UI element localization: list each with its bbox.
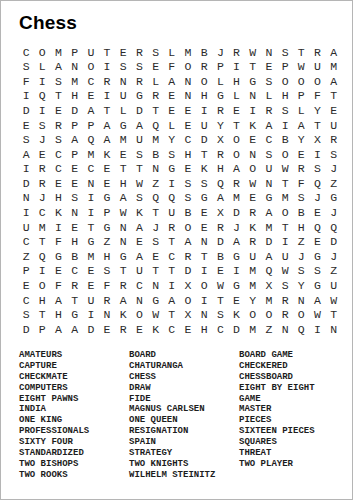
grid-cell-r15c4[interactable]: B [67, 249, 83, 264]
grid-cell-r20c6[interactable]: E [99, 322, 115, 337]
grid-cell-r11c2[interactable]: J [34, 191, 50, 206]
grid-cell-r20c2[interactable]: P [34, 322, 50, 337]
grid-cell-r14c6[interactable]: Z [99, 235, 115, 250]
grid-cell-r9c9[interactable]: N [148, 162, 164, 177]
grid-cell-r1c13[interactable]: J [212, 45, 228, 60]
grid-cell-r4c15[interactable]: N [245, 89, 261, 104]
grid-cell-r7c12[interactable]: D [196, 133, 212, 148]
grid-cell-r15c12[interactable]: T [196, 249, 212, 264]
grid-cell-r15c19[interactable]: G [309, 249, 325, 264]
grid-cell-r16c6[interactable]: S [99, 264, 115, 279]
grid-cell-r12c8[interactable]: K [131, 206, 147, 221]
grid-cell-r4c6[interactable]: I [99, 89, 115, 104]
grid-cell-r19c13[interactable]: S [212, 308, 228, 323]
grid-cell-r2c5[interactable]: O [83, 60, 99, 75]
grid-cell-r1c9[interactable]: S [148, 45, 164, 60]
grid-cell-r19c12[interactable]: N [196, 308, 212, 323]
grid-cell-r6c9[interactable]: Q [148, 118, 164, 133]
grid-cell-r10c17[interactable]: T [277, 176, 293, 191]
grid-cell-r13c17[interactable]: T [277, 220, 293, 235]
grid-cell-r11c20[interactable]: G [326, 191, 342, 206]
grid-cell-r5c7[interactable]: L [115, 103, 131, 118]
grid-cell-r4c9[interactable]: R [148, 89, 164, 104]
grid-cell-r14c1[interactable]: C [18, 235, 34, 250]
grid-cell-r10c10[interactable]: I [164, 176, 180, 191]
grid-cell-r19c18[interactable]: O [293, 308, 309, 323]
grid-cell-r13c18[interactable]: H [293, 220, 309, 235]
grid-cell-r12c13[interactable]: X [212, 206, 228, 221]
grid-cell-r10c13[interactable]: Q [212, 176, 228, 191]
grid-cell-r5c11[interactable]: E [180, 103, 196, 118]
grid-cell-r3c8[interactable]: R [131, 74, 147, 89]
grid-cell-r6c11[interactable]: E [180, 118, 196, 133]
grid-cell-r14c8[interactable]: E [131, 235, 147, 250]
grid-cell-r13c5[interactable]: T [83, 220, 99, 235]
grid-cell-r3c10[interactable]: A [164, 74, 180, 89]
grid-cell-r5c10[interactable]: E [164, 103, 180, 118]
grid-cell-r16c2[interactable]: I [34, 264, 50, 279]
grid-cell-r8c12[interactable]: T [196, 147, 212, 162]
grid-cell-r7c6[interactable]: A [99, 133, 115, 148]
grid-cell-r14c4[interactable]: H [67, 235, 83, 250]
grid-cell-r10c6[interactable]: E [99, 176, 115, 191]
grid-cell-r16c3[interactable]: E [50, 264, 66, 279]
grid-cell-r14c7[interactable]: N [115, 235, 131, 250]
grid-cell-r13c1[interactable]: U [18, 220, 34, 235]
grid-cell-r12c20[interactable]: J [326, 206, 342, 221]
grid-cell-r13c15[interactable]: K [245, 220, 261, 235]
grid-cell-r16c9[interactable]: T [148, 264, 164, 279]
grid-cell-r19c7[interactable]: K [115, 308, 131, 323]
grid-cell-r2c10[interactable]: F [164, 60, 180, 75]
grid-cell-r20c11[interactable]: E [180, 322, 196, 337]
grid-cell-r7c17[interactable]: B [277, 133, 293, 148]
grid-cell-r7c9[interactable]: M [148, 133, 164, 148]
grid-cell-r10c12[interactable]: S [196, 176, 212, 191]
grid-cell-r9c4[interactable]: E [67, 162, 83, 177]
grid-cell-r16c8[interactable]: U [131, 264, 147, 279]
grid-cell-r14c14[interactable]: A [228, 235, 244, 250]
grid-cell-r20c16[interactable]: Z [261, 322, 277, 337]
grid-cell-r5c17[interactable]: S [277, 103, 293, 118]
grid-cell-r17c18[interactable]: Y [293, 279, 309, 294]
grid-cell-r11c4[interactable]: S [67, 191, 83, 206]
grid-cell-r19c2[interactable]: T [34, 308, 50, 323]
grid-cell-r6c5[interactable]: P [83, 118, 99, 133]
grid-cell-r19c3[interactable]: H [50, 308, 66, 323]
grid-cell-r10c20[interactable]: Z [326, 176, 342, 191]
grid-cell-r5c8[interactable]: D [131, 103, 147, 118]
grid-cell-r15c9[interactable]: E [148, 249, 164, 264]
grid-cell-r11c1[interactable]: N [18, 191, 34, 206]
grid-cell-r18c9[interactable]: G [148, 293, 164, 308]
grid-cell-r20c9[interactable]: K [148, 322, 164, 337]
grid-cell-r17c9[interactable]: N [148, 279, 164, 294]
grid-cell-r15c10[interactable]: C [164, 249, 180, 264]
grid-cell-r15c15[interactable]: U [245, 249, 261, 264]
grid-cell-r2c11[interactable]: O [180, 60, 196, 75]
grid-cell-r10c19[interactable]: Q [309, 176, 325, 191]
grid-cell-r4c20[interactable]: T [326, 89, 342, 104]
grid-cell-r15c2[interactable]: Q [34, 249, 50, 264]
grid-cell-r2c17[interactable]: P [277, 60, 293, 75]
grid-cell-r5c14[interactable]: E [228, 103, 244, 118]
grid-cell-r7c8[interactable]: U [131, 133, 147, 148]
grid-cell-r16c20[interactable]: Z [326, 264, 342, 279]
grid-cell-r9c12[interactable]: K [196, 162, 212, 177]
grid-cell-r16c18[interactable]: S [293, 264, 309, 279]
grid-cell-r10c15[interactable]: W [245, 176, 261, 191]
grid-cell-r10c8[interactable]: W [131, 176, 147, 191]
grid-cell-r17c11[interactable]: X [180, 279, 196, 294]
grid-cell-r7c7[interactable]: M [115, 133, 131, 148]
grid-cell-r17c14[interactable]: G [228, 279, 244, 294]
grid-cell-r11c14[interactable]: M [228, 191, 244, 206]
grid-cell-r16c19[interactable]: S [309, 264, 325, 279]
grid-cell-r12c11[interactable]: B [180, 206, 196, 221]
grid-cell-r16c11[interactable]: D [180, 264, 196, 279]
grid-cell-r19c11[interactable]: X [180, 308, 196, 323]
grid-cell-r3c5[interactable]: C [83, 74, 99, 89]
grid-cell-r3c13[interactable]: L [212, 74, 228, 89]
grid-cell-r14c13[interactable]: D [212, 235, 228, 250]
grid-cell-r1c11[interactable]: M [180, 45, 196, 60]
grid-cell-r14c2[interactable]: T [34, 235, 50, 250]
grid-cell-r11c8[interactable]: S [131, 191, 147, 206]
grid-cell-r7c11[interactable]: C [180, 133, 196, 148]
grid-cell-r15c14[interactable]: G [228, 249, 244, 264]
grid-cell-r16c5[interactable]: E [83, 264, 99, 279]
grid-cell-r10c16[interactable]: N [261, 176, 277, 191]
grid-cell-r16c15[interactable]: M [245, 264, 261, 279]
grid-cell-r3c20[interactable]: A [326, 74, 342, 89]
grid-cell-r16c16[interactable]: Q [261, 264, 277, 279]
grid-cell-r18c12[interactable]: I [196, 293, 212, 308]
grid-cell-r13c12[interactable]: E [196, 220, 212, 235]
grid-cell-r6c15[interactable]: K [245, 118, 261, 133]
grid-cell-r12c14[interactable]: D [228, 206, 244, 221]
grid-cell-r7c4[interactable]: A [67, 133, 83, 148]
grid-cell-r2c3[interactable]: A [50, 60, 66, 75]
grid-cell-r14c10[interactable]: T [164, 235, 180, 250]
grid-cell-r15c17[interactable]: U [277, 249, 293, 264]
grid-cell-r17c19[interactable]: G [309, 279, 325, 294]
grid-cell-r17c2[interactable]: O [34, 279, 50, 294]
grid-cell-r8c10[interactable]: S [164, 147, 180, 162]
grid-cell-r9c14[interactable]: A [228, 162, 244, 177]
grid-cell-r8c17[interactable]: O [277, 147, 293, 162]
grid-cell-r16c12[interactable]: I [196, 264, 212, 279]
grid-cell-r10c9[interactable]: Z [148, 176, 164, 191]
grid-cell-r3c11[interactable]: N [180, 74, 196, 89]
grid-cell-r16c14[interactable]: I [228, 264, 244, 279]
grid-cell-r5c6[interactable]: T [99, 103, 115, 118]
grid-cell-r4c7[interactable]: U [115, 89, 131, 104]
grid-cell-r13c19[interactable]: Q [309, 220, 325, 235]
grid-cell-r13c20[interactable]: Q [326, 220, 342, 235]
grid-cell-r9c2[interactable]: R [34, 162, 50, 177]
grid-cell-r8c6[interactable]: K [99, 147, 115, 162]
grid-cell-r8c1[interactable]: A [18, 147, 34, 162]
grid-cell-r20c5[interactable]: D [83, 322, 99, 337]
grid-cell-r19c19[interactable]: W [309, 308, 325, 323]
grid-cell-r5c16[interactable]: R [261, 103, 277, 118]
grid-cell-r8c3[interactable]: C [50, 147, 66, 162]
grid-cell-r4c11[interactable]: N [180, 89, 196, 104]
grid-cell-r14c18[interactable]: Z [293, 235, 309, 250]
grid-cell-r18c5[interactable]: U [83, 293, 99, 308]
grid-cell-r18c1[interactable]: C [18, 293, 34, 308]
grid-cell-r7c14[interactable]: O [228, 133, 244, 148]
grid-cell-r4c12[interactable]: H [196, 89, 212, 104]
grid-cell-r19c6[interactable]: N [99, 308, 115, 323]
grid-cell-r18c19[interactable]: A [309, 293, 325, 308]
grid-cell-r8c5[interactable]: M [83, 147, 99, 162]
grid-cell-r14c16[interactable]: D [261, 235, 277, 250]
grid-cell-r18c10[interactable]: A [164, 293, 180, 308]
grid-cell-r17c1[interactable]: E [18, 279, 34, 294]
grid-cell-r16c13[interactable]: E [212, 264, 228, 279]
grid-cell-r2c9[interactable]: E [148, 60, 164, 75]
grid-cell-r12c5[interactable]: I [83, 206, 99, 221]
grid-cell-r18c15[interactable]: Y [245, 293, 261, 308]
grid-cell-r12c6[interactable]: P [99, 206, 115, 221]
grid-cell-r4c13[interactable]: G [212, 89, 228, 104]
grid-cell-r11c18[interactable]: S [293, 191, 309, 206]
grid-cell-r17c12[interactable]: O [196, 279, 212, 294]
grid-cell-r1c10[interactable]: L [164, 45, 180, 60]
grid-cell-r8c14[interactable]: O [228, 147, 244, 162]
grid-cell-r7c10[interactable]: Y [164, 133, 180, 148]
grid-cell-r1c6[interactable]: T [99, 45, 115, 60]
grid-cell-r13c4[interactable]: E [67, 220, 83, 235]
grid-cell-r5c12[interactable]: I [196, 103, 212, 118]
grid-cell-r18c3[interactable]: A [50, 293, 66, 308]
grid-cell-r4c16[interactable]: L [261, 89, 277, 104]
grid-cell-r4c5[interactable]: E [83, 89, 99, 104]
grid-cell-r2c15[interactable]: T [245, 60, 261, 75]
grid-cell-r3c14[interactable]: H [228, 74, 244, 89]
grid-cell-r19c8[interactable]: O [131, 308, 147, 323]
grid-cell-r5c1[interactable]: D [18, 103, 34, 118]
grid-cell-r15c1[interactable]: Z [18, 249, 34, 264]
grid-cell-r18c13[interactable]: T [212, 293, 228, 308]
grid-cell-r15c13[interactable]: B [212, 249, 228, 264]
grid-cell-r6c10[interactable]: L [164, 118, 180, 133]
grid-cell-r8c15[interactable]: N [245, 147, 261, 162]
grid-cell-r15c8[interactable]: A [131, 249, 147, 264]
grid-cell-r18c7[interactable]: A [115, 293, 131, 308]
grid-cell-r8c8[interactable]: S [131, 147, 147, 162]
grid-cell-r4c8[interactable]: G [131, 89, 147, 104]
grid-cell-r5c15[interactable]: I [245, 103, 261, 118]
grid-cell-r17c20[interactable]: U [326, 279, 342, 294]
grid-cell-r5c4[interactable]: D [67, 103, 83, 118]
grid-cell-r6c20[interactable]: U [326, 118, 342, 133]
grid-cell-r18c11[interactable]: O [180, 293, 196, 308]
grid-cell-r13c6[interactable]: G [99, 220, 115, 235]
grid-cell-r8c9[interactable]: B [148, 147, 164, 162]
grid-cell-r7c20[interactable]: R [326, 133, 342, 148]
grid-cell-r7c16[interactable]: C [261, 133, 277, 148]
grid-cell-r3c9[interactable]: L [148, 74, 164, 89]
grid-cell-r10c18[interactable]: F [293, 176, 309, 191]
grid-cell-r13c3[interactable]: I [50, 220, 66, 235]
grid-cell-r2c14[interactable]: I [228, 60, 244, 75]
grid-cell-r11c10[interactable]: Q [164, 191, 180, 206]
grid-cell-r1c1[interactable]: C [18, 45, 34, 60]
grid-cell-r19c5[interactable]: I [83, 308, 99, 323]
grid-cell-r20c7[interactable]: R [115, 322, 131, 337]
grid-cell-r11c9[interactable]: Q [148, 191, 164, 206]
grid-cell-r18c20[interactable]: W [326, 293, 342, 308]
grid-cell-r6c3[interactable]: R [50, 118, 66, 133]
grid-cell-r13c8[interactable]: A [131, 220, 147, 235]
grid-cell-r7c15[interactable]: E [245, 133, 261, 148]
grid-cell-r3c6[interactable]: R [99, 74, 115, 89]
grid-cell-r2c18[interactable]: W [293, 60, 309, 75]
grid-cell-r1c14[interactable]: R [228, 45, 244, 60]
grid-cell-r14c17[interactable]: I [277, 235, 293, 250]
grid-cell-r20c3[interactable]: A [50, 322, 66, 337]
grid-cell-r18c16[interactable]: M [261, 293, 277, 308]
grid-cell-r18c2[interactable]: H [34, 293, 50, 308]
grid-cell-r15c3[interactable]: G [50, 249, 66, 264]
grid-cell-r14c20[interactable]: D [326, 235, 342, 250]
grid-cell-r7c5[interactable]: Q [83, 133, 99, 148]
grid-cell-r5c2[interactable]: I [34, 103, 50, 118]
grid-cell-r17c15[interactable]: M [245, 279, 261, 294]
grid-cell-r18c18[interactable]: N [293, 293, 309, 308]
grid-cell-r8c19[interactable]: I [309, 147, 325, 162]
grid-cell-r8c18[interactable]: E [293, 147, 309, 162]
grid-cell-r5c9[interactable]: T [148, 103, 164, 118]
grid-cell-r17c13[interactable]: W [212, 279, 228, 294]
grid-cell-r6c19[interactable]: T [309, 118, 325, 133]
grid-cell-r1c2[interactable]: O [34, 45, 50, 60]
grid-cell-r6c12[interactable]: U [196, 118, 212, 133]
grid-cell-r4c10[interactable]: E [164, 89, 180, 104]
grid-cell-r17c3[interactable]: F [50, 279, 66, 294]
grid-cell-r20c19[interactable]: I [309, 322, 325, 337]
grid-cell-r3c17[interactable]: O [277, 74, 293, 89]
grid-cell-r20c14[interactable]: D [228, 322, 244, 337]
grid-cell-r11c11[interactable]: S [180, 191, 196, 206]
grid-cell-r19c17[interactable]: R [277, 308, 293, 323]
grid-cell-r3c1[interactable]: F [18, 74, 34, 89]
grid-cell-r17c17[interactable]: S [277, 279, 293, 294]
grid-cell-r15c7[interactable]: G [115, 249, 131, 264]
grid-cell-r4c17[interactable]: H [277, 89, 293, 104]
grid-cell-r1c8[interactable]: R [131, 45, 147, 60]
grid-cell-r1c15[interactable]: W [245, 45, 261, 60]
grid-cell-r6c7[interactable]: G [115, 118, 131, 133]
grid-cell-r9c19[interactable]: S [309, 162, 325, 177]
grid-cell-r19c1[interactable]: S [18, 308, 34, 323]
grid-cell-r4c3[interactable]: T [50, 89, 66, 104]
grid-cell-r11c6[interactable]: G [99, 191, 115, 206]
grid-cell-r6c6[interactable]: A [99, 118, 115, 133]
grid-cell-r20c13[interactable]: C [212, 322, 228, 337]
grid-cell-r3c18[interactable]: O [293, 74, 309, 89]
grid-cell-r10c1[interactable]: D [18, 176, 34, 191]
grid-cell-r10c14[interactable]: R [228, 176, 244, 191]
grid-cell-r8c4[interactable]: P [67, 147, 83, 162]
grid-cell-r1c20[interactable]: A [326, 45, 342, 60]
grid-cell-r8c13[interactable]: R [212, 147, 228, 162]
grid-cell-r12c1[interactable]: I [18, 206, 34, 221]
grid-cell-r17c5[interactable]: E [83, 279, 99, 294]
grid-cell-r2c2[interactable]: L [34, 60, 50, 75]
grid-cell-r13c9[interactable]: J [148, 220, 164, 235]
grid-cell-r15c16[interactable]: A [261, 249, 277, 264]
grid-cell-r9c10[interactable]: G [164, 162, 180, 177]
grid-cell-r20c20[interactable]: N [326, 322, 342, 337]
grid-cell-r1c19[interactable]: R [309, 45, 325, 60]
grid-cell-r10c2[interactable]: R [34, 176, 50, 191]
grid-cell-r3c4[interactable]: M [67, 74, 83, 89]
grid-cell-r11c16[interactable]: G [261, 191, 277, 206]
grid-cell-r4c2[interactable]: Q [34, 89, 50, 104]
grid-cell-r7c19[interactable]: X [309, 133, 325, 148]
grid-cell-r9c6[interactable]: E [99, 162, 115, 177]
grid-cell-r9c5[interactable]: C [83, 162, 99, 177]
grid-cell-r19c15[interactable]: O [245, 308, 261, 323]
grid-cell-r6c4[interactable]: P [67, 118, 83, 133]
grid-cell-r11c12[interactable]: G [196, 191, 212, 206]
grid-cell-r11c19[interactable]: J [309, 191, 325, 206]
grid-cell-r10c5[interactable]: N [83, 176, 99, 191]
grid-cell-r17c8[interactable]: C [131, 279, 147, 294]
grid-cell-r11c13[interactable]: A [212, 191, 228, 206]
grid-cell-r4c18[interactable]: P [293, 89, 309, 104]
grid-cell-r5c19[interactable]: Y [309, 103, 325, 118]
grid-cell-r12c15[interactable]: R [245, 206, 261, 221]
grid-cell-r15c20[interactable]: J [326, 249, 342, 264]
grid-cell-r12c2[interactable]: C [34, 206, 50, 221]
grid-cell-r13c11[interactable]: O [180, 220, 196, 235]
grid-cell-r11c15[interactable]: E [245, 191, 261, 206]
grid-cell-r8c11[interactable]: H [180, 147, 196, 162]
grid-cell-r18c8[interactable]: N [131, 293, 147, 308]
grid-cell-r2c7[interactable]: S [115, 60, 131, 75]
grid-cell-r6c2[interactable]: S [34, 118, 50, 133]
grid-cell-r5c13[interactable]: R [212, 103, 228, 118]
grid-cell-r1c12[interactable]: B [196, 45, 212, 60]
grid-cell-r5c3[interactable]: E [50, 103, 66, 118]
grid-cell-r7c1[interactable]: S [18, 133, 34, 148]
grid-cell-r1c7[interactable]: E [115, 45, 131, 60]
grid-cell-r20c12[interactable]: H [196, 322, 212, 337]
grid-cell-r19c16[interactable]: O [261, 308, 277, 323]
grid-cell-r9c18[interactable]: R [293, 162, 309, 177]
grid-cell-r7c18[interactable]: Y [293, 133, 309, 148]
grid-cell-r18c6[interactable]: R [99, 293, 115, 308]
grid-cell-r6c14[interactable]: T [228, 118, 244, 133]
grid-cell-r13c16[interactable]: M [261, 220, 277, 235]
grid-cell-r15c6[interactable]: H [99, 249, 115, 264]
grid-cell-r1c5[interactable]: U [83, 45, 99, 60]
grid-cell-r1c16[interactable]: N [261, 45, 277, 60]
grid-cell-r20c1[interactable]: D [18, 322, 34, 337]
grid-cell-r20c8[interactable]: E [131, 322, 147, 337]
grid-cell-r14c3[interactable]: F [50, 235, 66, 250]
grid-cell-r12c9[interactable]: T [148, 206, 164, 221]
grid-cell-r2c1[interactable]: S [18, 60, 34, 75]
grid-cell-r1c4[interactable]: P [67, 45, 83, 60]
grid-cell-r13c10[interactable]: R [164, 220, 180, 235]
grid-cell-r12c16[interactable]: A [261, 206, 277, 221]
